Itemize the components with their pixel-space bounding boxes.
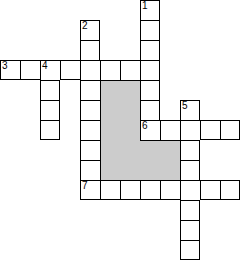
- answer-cell[interactable]: [180, 200, 200, 220]
- answer-cell[interactable]: 7: [80, 180, 100, 200]
- answer-cell[interactable]: [40, 120, 60, 140]
- answer-cell[interactable]: [180, 180, 200, 200]
- answer-cell[interactable]: [140, 180, 160, 200]
- answer-cell[interactable]: [80, 120, 100, 140]
- answer-cell[interactable]: 4: [40, 60, 60, 80]
- clue-number: 5: [182, 101, 188, 111]
- crossword-page: 1234567: [0, 0, 241, 261]
- answer-cell[interactable]: [100, 180, 120, 200]
- answer-cell[interactable]: [120, 60, 140, 80]
- clue-number: 6: [142, 121, 148, 131]
- shaded-cell: [120, 120, 140, 140]
- answer-cell[interactable]: [160, 180, 180, 200]
- answer-cell[interactable]: 1: [140, 0, 160, 20]
- shaded-cell: [140, 160, 160, 180]
- clue-number: 2: [82, 21, 88, 31]
- answer-cell[interactable]: [80, 80, 100, 100]
- answer-cell[interactable]: 2: [80, 20, 100, 40]
- answer-cell[interactable]: 6: [140, 120, 160, 140]
- shaded-cell: [120, 140, 140, 160]
- answer-cell[interactable]: [140, 60, 160, 80]
- answer-cell[interactable]: [180, 240, 200, 260]
- answer-cell[interactable]: [40, 80, 60, 100]
- answer-cell[interactable]: [40, 100, 60, 120]
- clue-number: 1: [142, 1, 148, 11]
- shaded-cell: [120, 80, 140, 100]
- answer-cell[interactable]: [80, 60, 100, 80]
- answer-cell[interactable]: [160, 120, 180, 140]
- shaded-cell: [120, 100, 140, 120]
- answer-cell[interactable]: [140, 80, 160, 100]
- answer-cell[interactable]: [20, 60, 40, 80]
- answer-cell[interactable]: [220, 120, 240, 140]
- answer-cell[interactable]: [100, 60, 120, 80]
- answer-cell[interactable]: [180, 160, 200, 180]
- shaded-cell: [160, 140, 180, 160]
- answer-cell[interactable]: [180, 220, 200, 240]
- shaded-cell: [100, 140, 120, 160]
- answer-cell[interactable]: [80, 100, 100, 120]
- shaded-cell: [100, 160, 120, 180]
- answer-cell[interactable]: 5: [180, 100, 200, 120]
- answer-cell[interactable]: [200, 180, 220, 200]
- answer-cell[interactable]: 3: [0, 60, 20, 80]
- answer-cell[interactable]: [60, 60, 80, 80]
- shaded-cell: [120, 160, 140, 180]
- clue-number: 7: [82, 181, 88, 191]
- shaded-cell: [100, 120, 120, 140]
- answer-cell[interactable]: [180, 140, 200, 160]
- shaded-cell: [160, 160, 180, 180]
- answer-cell[interactable]: [80, 40, 100, 60]
- answer-cell[interactable]: [200, 120, 220, 140]
- crossword-board: 1234567: [0, 0, 240, 260]
- shaded-cell: [100, 80, 120, 100]
- answer-cell[interactable]: [140, 100, 160, 120]
- clue-number: 3: [2, 61, 8, 71]
- answer-cell[interactable]: [220, 180, 240, 200]
- answer-cell[interactable]: [180, 120, 200, 140]
- shaded-cell: [140, 140, 160, 160]
- answer-cell[interactable]: [80, 140, 100, 160]
- answer-cell[interactable]: [80, 160, 100, 180]
- shaded-cell: [100, 100, 120, 120]
- answer-cell[interactable]: [140, 40, 160, 60]
- clue-number: 4: [42, 61, 48, 71]
- answer-cell[interactable]: [140, 20, 160, 40]
- answer-cell[interactable]: [120, 180, 140, 200]
